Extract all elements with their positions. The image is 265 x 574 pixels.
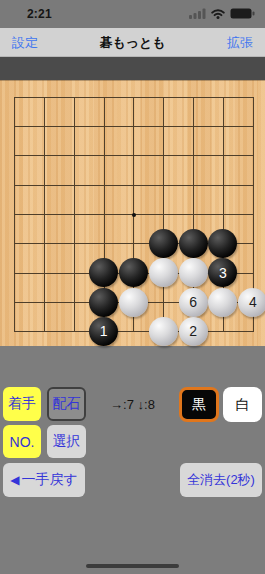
white-stone bbox=[179, 258, 208, 287]
undo-move-label: 一手戻す bbox=[21, 471, 77, 489]
white-stone: 6 bbox=[179, 288, 208, 317]
move-number-label: 1 bbox=[100, 323, 108, 339]
board-top-trim bbox=[0, 57, 265, 80]
white-stone: 2 bbox=[179, 317, 208, 346]
status-bar: 2:21 bbox=[0, 0, 265, 28]
clear-all-button[interactable]: 全消去(2秒) bbox=[180, 463, 262, 497]
number-toggle-button[interactable]: NO. bbox=[3, 425, 41, 458]
status-time: 2:21 bbox=[27, 7, 52, 21]
grid-line-vertical bbox=[163, 97, 164, 333]
select-button[interactable]: 選択 bbox=[47, 425, 86, 458]
move-number-label: 6 bbox=[189, 294, 197, 310]
grid-line-horizontal bbox=[14, 331, 254, 332]
status-icons bbox=[189, 8, 255, 19]
white-stone bbox=[149, 317, 178, 346]
white-stone: 4 bbox=[238, 288, 265, 317]
black-stone bbox=[89, 288, 118, 317]
undo-move-button[interactable]: ◀ 一手戻す bbox=[3, 463, 85, 497]
home-indicator[interactable] bbox=[86, 564, 179, 568]
cellular-signal-icon bbox=[189, 8, 206, 19]
battery-icon bbox=[230, 8, 255, 19]
black-color-button[interactable]: 黒 bbox=[179, 387, 219, 422]
white-color-button[interactable]: 白 bbox=[223, 387, 262, 422]
app-title: 碁もっとも bbox=[0, 28, 265, 57]
black-stone bbox=[179, 229, 208, 258]
controls-panel: 着手 配石 →:7 ↓:8 黒 白 NO. 選択 ◀ 一手戻す 全消去(2秒) bbox=[0, 346, 265, 574]
black-stone bbox=[89, 258, 118, 287]
black-stone bbox=[119, 258, 148, 287]
go-board[interactable]: 36412 bbox=[0, 80, 265, 346]
white-stone bbox=[208, 288, 237, 317]
black-stone bbox=[208, 229, 237, 258]
white-stone bbox=[149, 258, 178, 287]
expand-button[interactable]: 拡張 bbox=[227, 28, 253, 57]
black-stone: 3 bbox=[208, 258, 237, 287]
star-point bbox=[132, 213, 136, 217]
move-number-label: 2 bbox=[189, 323, 197, 339]
app-window: 2:21 設定 bbox=[0, 0, 265, 574]
white-stone bbox=[119, 288, 148, 317]
black-stone bbox=[149, 229, 178, 258]
back-triangle-icon: ◀ bbox=[10, 473, 19, 487]
move-number-label: 3 bbox=[219, 265, 227, 281]
black-stone: 1 bbox=[89, 317, 118, 346]
move-number-label: 4 bbox=[249, 294, 257, 310]
wifi-icon bbox=[210, 8, 226, 19]
nav-bar: 設定 碁もっとも 拡張 bbox=[0, 28, 265, 57]
